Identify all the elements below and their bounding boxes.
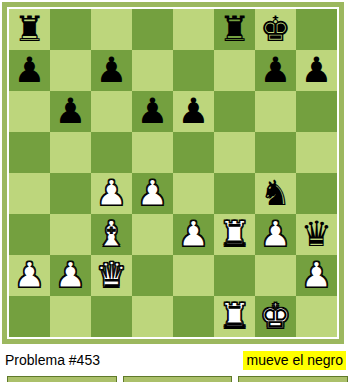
square-e6[interactable]: ♟ (173, 91, 214, 132)
square-e3[interactable]: ♟ (173, 214, 214, 255)
piece-white-pawn[interactable]: ♟ (9, 255, 50, 296)
square-h3[interactable]: ♛ (296, 214, 337, 255)
square-g8[interactable]: ♚ (255, 9, 296, 50)
square-d7[interactable] (132, 50, 173, 91)
piece-black-rook[interactable]: ♜ (214, 9, 255, 50)
turn-indicator: mueve el negro (243, 351, 346, 370)
square-f3[interactable]: ♜ (214, 214, 255, 255)
square-a7[interactable]: ♟ (9, 50, 50, 91)
square-d6[interactable]: ♟ (132, 91, 173, 132)
square-d8[interactable] (132, 9, 173, 50)
piece-white-pawn[interactable]: ♟ (296, 255, 337, 296)
square-a6[interactable] (9, 91, 50, 132)
piece-white-bishop[interactable]: ♝ (91, 214, 132, 255)
square-a3[interactable] (9, 214, 50, 255)
square-b2[interactable]: ♟ (50, 255, 91, 296)
square-b7[interactable] (50, 50, 91, 91)
square-a1[interactable] (9, 296, 50, 337)
piece-white-pawn[interactable]: ♟ (255, 214, 296, 255)
board-grid: ♜♜♚♟♟♟♟♟♟♟♟♟♞♝♟♜♟♛♟♟♛♟♜♚ (7, 7, 339, 339)
piece-black-king[interactable]: ♚ (255, 9, 296, 50)
square-f7[interactable] (214, 50, 255, 91)
square-e1[interactable] (173, 296, 214, 337)
square-f6[interactable] (214, 91, 255, 132)
square-f5[interactable] (214, 132, 255, 173)
square-e2[interactable] (173, 255, 214, 296)
action-button-row (7, 376, 348, 382)
action-button-3[interactable] (238, 376, 348, 382)
square-h1[interactable] (296, 296, 337, 337)
square-a2[interactable]: ♟ (9, 255, 50, 296)
square-c3[interactable]: ♝ (91, 214, 132, 255)
square-e8[interactable] (173, 9, 214, 50)
square-d5[interactable] (132, 132, 173, 173)
square-h5[interactable] (296, 132, 337, 173)
piece-black-pawn[interactable]: ♟ (50, 91, 91, 132)
square-c4[interactable]: ♟ (91, 173, 132, 214)
piece-white-pawn[interactable]: ♟ (173, 214, 214, 255)
square-c2[interactable]: ♛ (91, 255, 132, 296)
square-e7[interactable] (173, 50, 214, 91)
square-a8[interactable]: ♜ (9, 9, 50, 50)
piece-white-queen[interactable]: ♛ (91, 255, 132, 296)
square-b5[interactable] (50, 132, 91, 173)
square-g6[interactable] (255, 91, 296, 132)
piece-white-pawn[interactable]: ♟ (91, 173, 132, 214)
square-g4[interactable]: ♞ (255, 173, 296, 214)
piece-black-pawn[interactable]: ♟ (132, 91, 173, 132)
square-d2[interactable] (132, 255, 173, 296)
piece-black-pawn[interactable]: ♟ (173, 91, 214, 132)
square-b8[interactable] (50, 9, 91, 50)
square-f1[interactable]: ♜ (214, 296, 255, 337)
square-c7[interactable]: ♟ (91, 50, 132, 91)
piece-white-rook[interactable]: ♜ (214, 214, 255, 255)
square-b6[interactable]: ♟ (50, 91, 91, 132)
problem-number-label: Problema #453 (5, 352, 100, 368)
square-e4[interactable] (173, 173, 214, 214)
square-g5[interactable] (255, 132, 296, 173)
piece-white-king[interactable]: ♚ (255, 296, 296, 337)
square-f4[interactable] (214, 173, 255, 214)
square-a4[interactable] (9, 173, 50, 214)
square-h4[interactable] (296, 173, 337, 214)
square-h8[interactable] (296, 9, 337, 50)
caption-bar: Problema #453 mueve el negro (5, 348, 346, 372)
piece-black-pawn[interactable]: ♟ (91, 50, 132, 91)
piece-black-knight[interactable]: ♞ (255, 173, 296, 214)
square-g1[interactable]: ♚ (255, 296, 296, 337)
square-f2[interactable] (214, 255, 255, 296)
square-b3[interactable] (50, 214, 91, 255)
square-e5[interactable] (173, 132, 214, 173)
square-a5[interactable] (9, 132, 50, 173)
action-button-1[interactable] (7, 376, 117, 382)
square-g2[interactable] (255, 255, 296, 296)
square-h7[interactable]: ♟ (296, 50, 337, 91)
square-h2[interactable]: ♟ (296, 255, 337, 296)
piece-white-pawn[interactable]: ♟ (50, 255, 91, 296)
piece-black-queen[interactable]: ♛ (296, 214, 337, 255)
square-b4[interactable] (50, 173, 91, 214)
board-frame: ♜♜♚♟♟♟♟♟♟♟♟♟♞♝♟♜♟♛♟♟♛♟♜♚ (2, 2, 344, 344)
square-h6[interactable] (296, 91, 337, 132)
action-button-2[interactable] (123, 376, 233, 382)
square-c8[interactable] (91, 9, 132, 50)
piece-white-pawn[interactable]: ♟ (132, 173, 173, 214)
square-g3[interactable]: ♟ (255, 214, 296, 255)
square-d3[interactable] (132, 214, 173, 255)
piece-black-rook[interactable]: ♜ (9, 9, 50, 50)
square-c1[interactable] (91, 296, 132, 337)
square-f8[interactable]: ♜ (214, 9, 255, 50)
square-c6[interactable] (91, 91, 132, 132)
piece-white-rook[interactable]: ♜ (214, 296, 255, 337)
piece-black-pawn[interactable]: ♟ (296, 50, 337, 91)
square-d4[interactable]: ♟ (132, 173, 173, 214)
square-d1[interactable] (132, 296, 173, 337)
square-g7[interactable]: ♟ (255, 50, 296, 91)
square-c5[interactable] (91, 132, 132, 173)
piece-black-pawn[interactable]: ♟ (255, 50, 296, 91)
square-b1[interactable] (50, 296, 91, 337)
piece-black-pawn[interactable]: ♟ (9, 50, 50, 91)
